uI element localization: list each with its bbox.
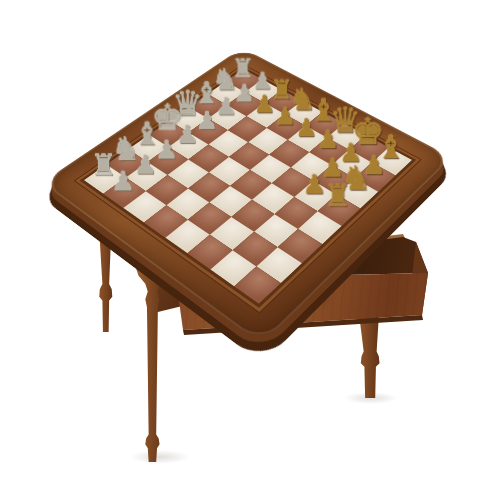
- chess-pieces-layer: ♜♟♜♞♝♛♚♝♞♟♟♟♟♟♟♟♝♟♟♞♛♟♟♜♚♟♝♟♞♟♜♟: [84, 69, 412, 304]
- tabletop-perspective: ♜♟♜♞♝♛♚♝♞♟♟♟♟♟♟♟♝♟♟♞♛♟♟♜♚♟♝♟♞♟♜♟: [0, 0, 480, 480]
- chess-table-photo: ♜♟♜♞♝♛♚♝♞♟♟♟♟♟♟♟♝♟♟♞♛♟♟♜♚♟♝♟♞♟♜♟: [0, 0, 480, 480]
- chess-piece-white-pawn[interactable]: ♟: [98, 167, 147, 194]
- chess-piece-black-rook[interactable]: ♜: [313, 181, 363, 211]
- tabletop: ♜♟♜♞♝♛♚♝♞♟♟♟♟♟♟♟♝♟♟♞♛♟♟♜♚♟♝♟♞♟♜♟: [42, 48, 452, 345]
